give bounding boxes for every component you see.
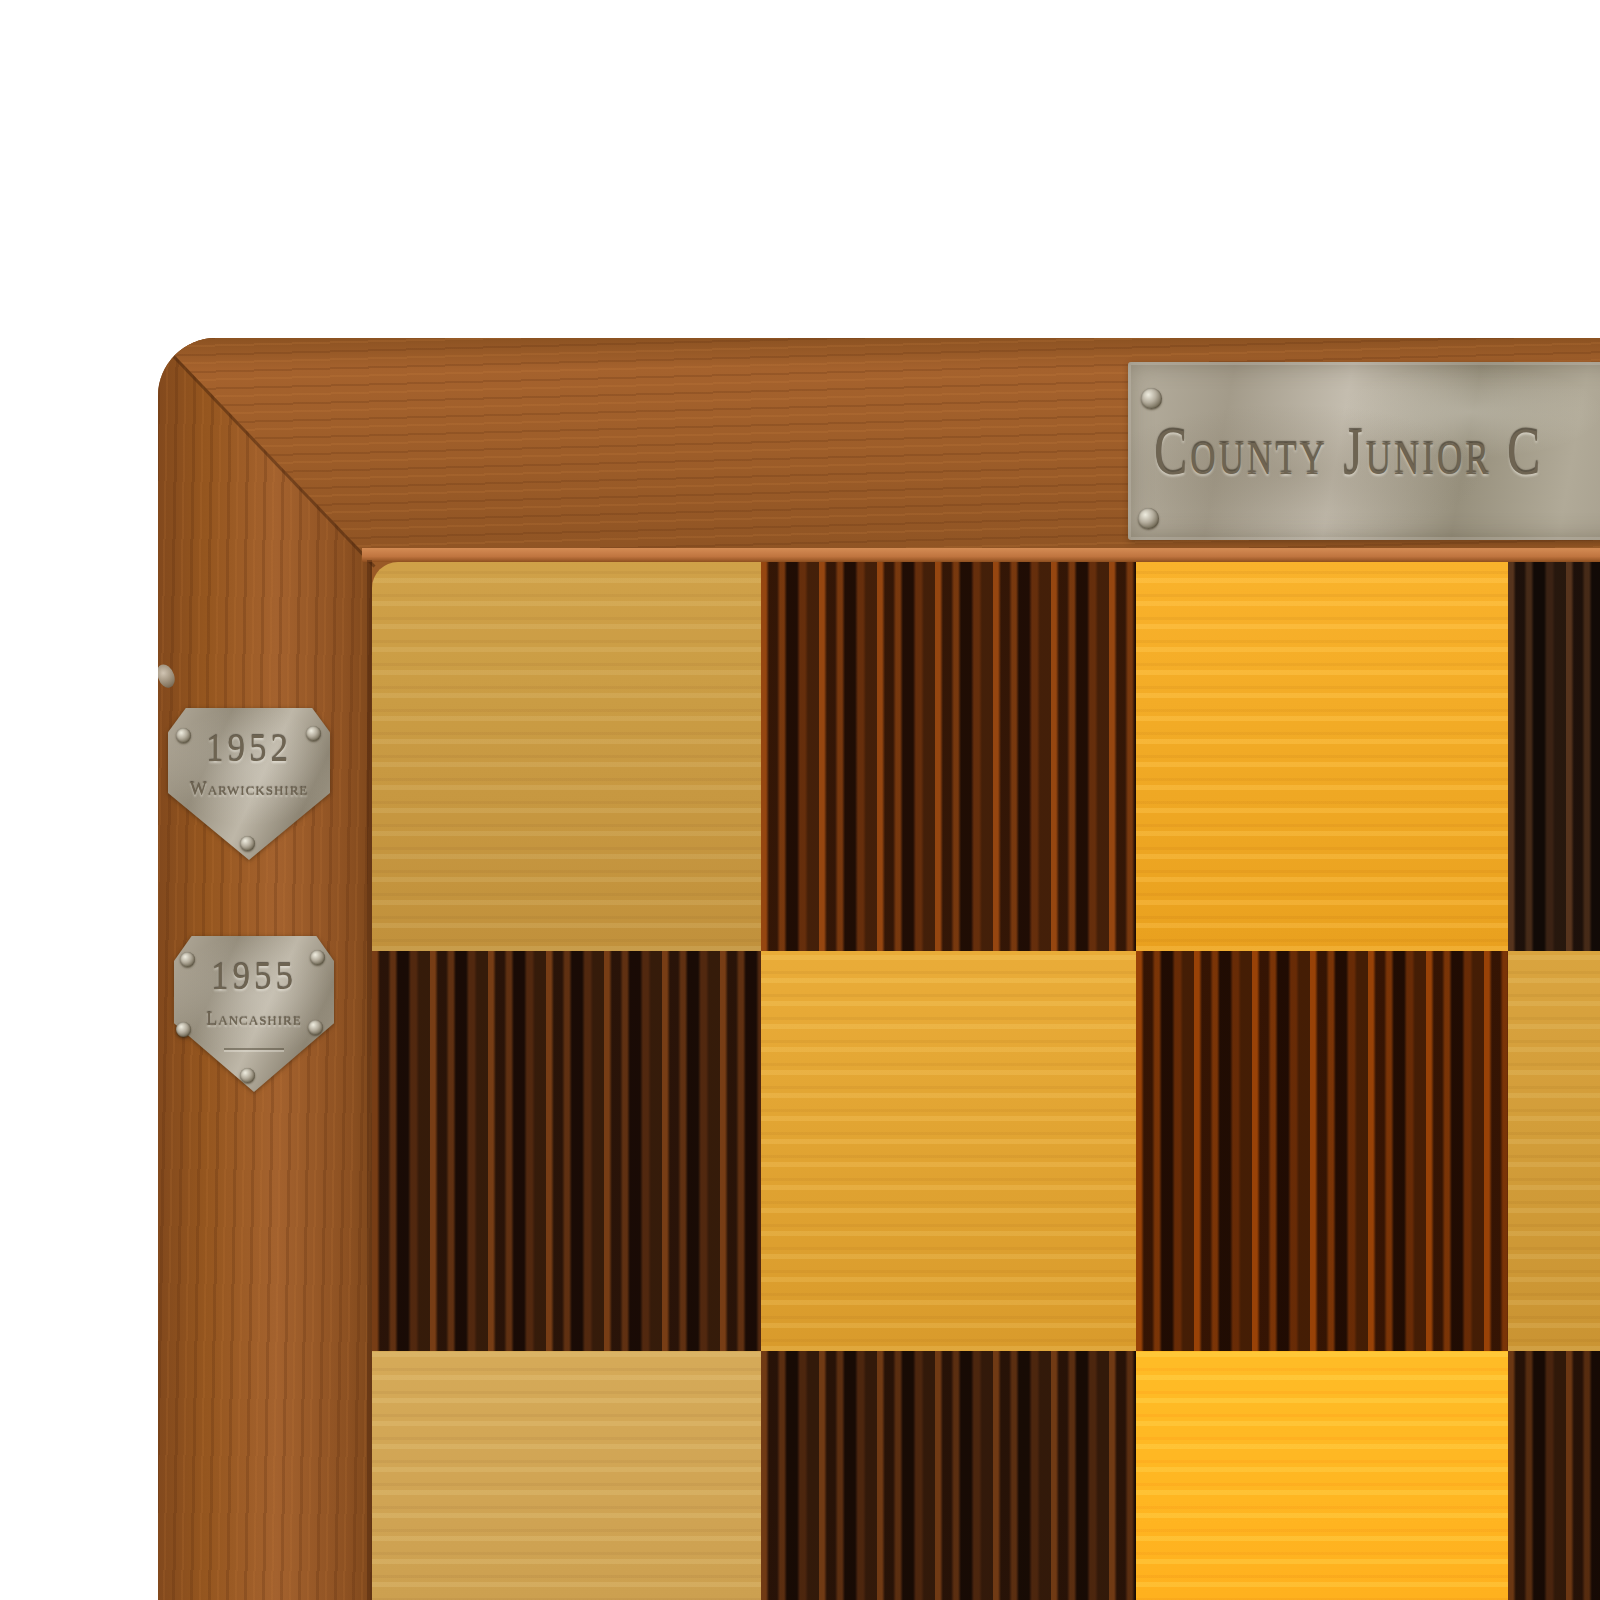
screw-icon — [306, 726, 321, 741]
screw-icon — [180, 952, 195, 967]
screw-icon — [310, 950, 325, 965]
chessboard: County Junior C 1952 Warwickshire 1955 L… — [158, 338, 1600, 1600]
square-dark — [1136, 951, 1508, 1351]
shield-plaque-1955: 1955 Lancashire — [174, 936, 334, 1092]
screw-icon — [1141, 388, 1162, 409]
square-dark — [372, 951, 761, 1351]
screw-icon — [176, 728, 191, 743]
screw-icon — [176, 1022, 191, 1037]
square-dark — [1508, 1351, 1600, 1600]
frame-inner-bevel — [362, 548, 1600, 562]
playing-area — [372, 562, 1600, 1600]
screw-icon — [308, 1020, 323, 1035]
square-dark — [1508, 562, 1600, 951]
square-dark — [761, 562, 1136, 951]
square-light — [1136, 1351, 1508, 1600]
engraved-flourish — [224, 1048, 285, 1050]
screw-icon — [240, 1068, 255, 1083]
screw-icon — [1138, 508, 1159, 529]
trophy-title-plate: County Junior C — [1128, 362, 1600, 540]
trophy-title-text: County Junior C — [1154, 412, 1543, 490]
photo-canvas: County Junior C 1952 Warwickshire 1955 L… — [0, 0, 1600, 1600]
square-dark — [761, 1351, 1136, 1600]
square-light — [1136, 562, 1508, 951]
square-light — [372, 1351, 761, 1600]
screw-icon — [240, 836, 255, 851]
shield-plaque-1952: 1952 Warwickshire — [168, 708, 330, 860]
square-light — [1508, 951, 1600, 1351]
square-light — [372, 562, 761, 951]
square-light — [761, 951, 1136, 1351]
shield-county-label: Warwickshire — [168, 779, 330, 800]
